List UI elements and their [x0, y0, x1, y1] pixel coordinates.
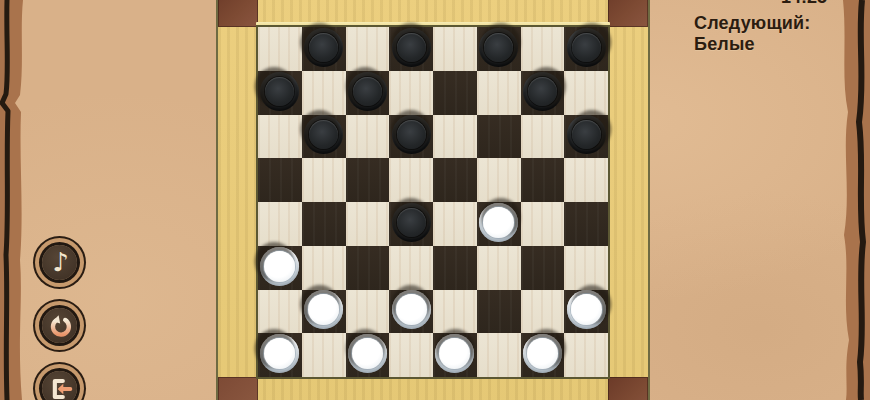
board-cell-g4 [521, 202, 565, 246]
board-cell-f1 [477, 333, 521, 377]
board-cell-b3 [302, 246, 346, 290]
board-cell-b2[interactable] [302, 290, 346, 334]
board-cell-f5 [477, 158, 521, 202]
checker-piece-black[interactable] [392, 115, 431, 154]
board-cell-d5 [389, 158, 433, 202]
board-corner [608, 0, 648, 27]
board-cell-d8[interactable] [389, 27, 433, 71]
board-cell-e8 [433, 27, 477, 71]
exit-door-arrow-icon [45, 374, 75, 400]
board-cell-f6[interactable] [477, 115, 521, 159]
checker-piece-white[interactable] [567, 290, 606, 329]
board-cell-g2 [521, 290, 565, 334]
board-cell-f8[interactable] [477, 27, 521, 71]
board-cell-a3[interactable] [258, 246, 302, 290]
checker-piece-black[interactable] [304, 28, 343, 67]
checker-piece-black[interactable] [348, 72, 387, 111]
board-cell-b5 [302, 158, 346, 202]
board-cell-c6 [346, 115, 390, 159]
checker-piece-white[interactable] [260, 334, 299, 373]
board-cell-g5[interactable] [521, 158, 565, 202]
board-cell-g1[interactable] [521, 333, 565, 377]
checker-piece-white[interactable] [523, 334, 562, 373]
restart-arrow-icon [45, 311, 75, 341]
board-cell-h4[interactable] [564, 202, 608, 246]
board-cell-a1[interactable] [258, 333, 302, 377]
board-cell-e7[interactable] [433, 71, 477, 115]
restart-button[interactable] [42, 308, 77, 343]
board-cell-b7 [302, 71, 346, 115]
board-cell-d2[interactable] [389, 290, 433, 334]
board-cell-f3 [477, 246, 521, 290]
checker-piece-black[interactable] [523, 72, 562, 111]
board-cell-c3[interactable] [346, 246, 390, 290]
board-cell-e4 [433, 202, 477, 246]
board-cell-a8 [258, 27, 302, 71]
checker-piece-black[interactable] [567, 115, 606, 154]
board-cell-f7 [477, 71, 521, 115]
game-timer: 14:25 [781, 0, 827, 8]
checker-piece-black[interactable] [304, 115, 343, 154]
board-cell-e1[interactable] [433, 333, 477, 377]
board-cell-e6 [433, 115, 477, 159]
sound-button[interactable]: ♪ [42, 245, 77, 280]
board-corner [218, 0, 258, 27]
board-cell-c5[interactable] [346, 158, 390, 202]
board-cell-h1 [564, 333, 608, 377]
board-cell-d7 [389, 71, 433, 115]
board-cell-c1[interactable] [346, 333, 390, 377]
board-cell-c7[interactable] [346, 71, 390, 115]
board-cell-b4[interactable] [302, 202, 346, 246]
checker-piece-black[interactable] [567, 28, 606, 67]
board-cell-g6 [521, 115, 565, 159]
board-grid [258, 27, 608, 377]
board-cell-d6[interactable] [389, 115, 433, 159]
board-cell-d1 [389, 333, 433, 377]
board-cell-h7 [564, 71, 608, 115]
board-cell-c4 [346, 202, 390, 246]
board-cell-h5 [564, 158, 608, 202]
board-cell-e5[interactable] [433, 158, 477, 202]
board-cell-f4[interactable] [477, 202, 521, 246]
board-cell-a2 [258, 290, 302, 334]
board-cell-g8 [521, 27, 565, 71]
checker-piece-black[interactable] [392, 203, 431, 242]
board-cell-a4 [258, 202, 302, 246]
game-screen: 14:25 Следующий: Белые ♪ [0, 0, 870, 400]
board-cell-h2[interactable] [564, 290, 608, 334]
checker-piece-white[interactable] [392, 290, 431, 329]
checker-piece-white[interactable] [435, 334, 474, 373]
board-cell-d4[interactable] [389, 202, 433, 246]
board-cell-e3[interactable] [433, 246, 477, 290]
checker-piece-white[interactable] [348, 334, 387, 373]
checker-piece-black[interactable] [392, 28, 431, 67]
board-cell-e2 [433, 290, 477, 334]
board-cell-h3 [564, 246, 608, 290]
board-cell-b6[interactable] [302, 115, 346, 159]
board-cell-g3[interactable] [521, 246, 565, 290]
checkers-board [218, 0, 648, 400]
board-cell-b8[interactable] [302, 27, 346, 71]
board-cell-c2 [346, 290, 390, 334]
board-cell-a5[interactable] [258, 158, 302, 202]
board-cell-h8[interactable] [564, 27, 608, 71]
checker-piece-black[interactable] [260, 72, 299, 111]
checker-piece-white[interactable] [304, 290, 343, 329]
board-cell-h6[interactable] [564, 115, 608, 159]
exit-button[interactable] [42, 371, 77, 400]
board-cell-b1 [302, 333, 346, 377]
board-cell-c8 [346, 27, 390, 71]
board-cell-a7[interactable] [258, 71, 302, 115]
board-cell-f2[interactable] [477, 290, 521, 334]
checker-piece-black[interactable] [479, 28, 518, 67]
music-note-icon: ♪ [52, 249, 69, 275]
board-corner [218, 377, 258, 400]
board-cell-d3 [389, 246, 433, 290]
board-cell-a6 [258, 115, 302, 159]
checker-piece-white[interactable] [479, 203, 518, 242]
turn-indicator: Следующий: Белые [694, 13, 870, 55]
board-cell-g7[interactable] [521, 71, 565, 115]
checker-piece-white[interactable] [260, 247, 299, 286]
board-corner [608, 377, 648, 400]
